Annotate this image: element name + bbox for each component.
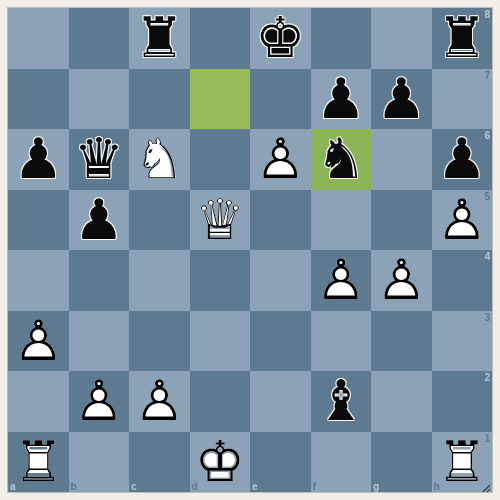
square-c5[interactable] [129, 190, 190, 251]
square-a4[interactable] [8, 250, 69, 311]
file-label-c: c [131, 481, 137, 492]
white-pawn-piece[interactable]: ♟♙ [432, 190, 493, 251]
board-resize-handle[interactable] [479, 479, 491, 491]
square-b8[interactable] [69, 8, 130, 69]
square-d5[interactable]: ♛♕ [190, 190, 251, 251]
square-h8[interactable]: ♜8 [432, 8, 493, 69]
square-f6[interactable]: ♞ [311, 129, 372, 190]
white-pawn-piece[interactable]: ♟♙ [8, 311, 69, 372]
square-c2[interactable]: ♟♙ [129, 371, 190, 432]
square-e2[interactable] [250, 371, 311, 432]
rank-label-2: 2 [484, 372, 490, 383]
black-knight-piece[interactable]: ♞ [311, 129, 372, 190]
white-pawn-piece[interactable]: ♟♙ [129, 371, 190, 432]
square-e7[interactable] [250, 69, 311, 130]
white-pawn-piece[interactable]: ♟♙ [371, 250, 432, 311]
square-b2[interactable]: ♟♙ [69, 371, 130, 432]
square-d4[interactable] [190, 250, 251, 311]
square-e3[interactable] [250, 311, 311, 372]
file-label-e: e [252, 481, 258, 492]
square-d1[interactable]: ♚♔d [190, 432, 251, 493]
square-h3[interactable]: 3 [432, 311, 493, 372]
black-pawn-piece[interactable]: ♟ [311, 69, 372, 130]
square-g1[interactable]: g [371, 432, 432, 493]
square-h5[interactable]: ♟♙5 [432, 190, 493, 251]
square-c8[interactable]: ♜ [129, 8, 190, 69]
square-e8[interactable]: ♚ [250, 8, 311, 69]
square-e4[interactable] [250, 250, 311, 311]
square-e6[interactable]: ♟♙ [250, 129, 311, 190]
square-c1[interactable]: c [129, 432, 190, 493]
black-pawn-piece[interactable]: ♟ [8, 129, 69, 190]
square-f4[interactable]: ♟♙ [311, 250, 372, 311]
square-a1[interactable]: ♜♖a [8, 432, 69, 493]
black-queen-piece[interactable]: ♛ [69, 129, 130, 190]
square-g8[interactable] [371, 8, 432, 69]
square-a7[interactable] [8, 69, 69, 130]
square-g2[interactable] [371, 371, 432, 432]
white-rook-piece[interactable]: ♜♖ [8, 432, 69, 493]
square-b6[interactable]: ♛ [69, 129, 130, 190]
square-b4[interactable] [69, 250, 130, 311]
square-g5[interactable] [371, 190, 432, 251]
white-pawn-piece[interactable]: ♟♙ [311, 250, 372, 311]
square-c7[interactable] [129, 69, 190, 130]
black-king-piece[interactable]: ♚ [250, 8, 311, 69]
chess-board[interactable]: ♜♚♜8♟♟7♟♛♞♘♟♙♞♟6♟♛♕♟♙5♟♙♟♙4♟♙3♟♙♟♙♝2♜♖ab… [8, 8, 492, 492]
black-rook-piece[interactable]: ♜ [129, 8, 190, 69]
black-pawn-piece[interactable]: ♟ [69, 190, 130, 251]
square-a5[interactable] [8, 190, 69, 251]
black-pawn-piece[interactable]: ♟ [432, 129, 493, 190]
square-c6[interactable]: ♞♘ [129, 129, 190, 190]
square-e5[interactable] [250, 190, 311, 251]
square-c4[interactable] [129, 250, 190, 311]
white-pawn-piece[interactable]: ♟♙ [69, 371, 130, 432]
square-h6[interactable]: ♟6 [432, 129, 493, 190]
square-g4[interactable]: ♟♙ [371, 250, 432, 311]
square-d2[interactable] [190, 371, 251, 432]
square-a6[interactable]: ♟ [8, 129, 69, 190]
square-b1[interactable]: b [69, 432, 130, 493]
square-d3[interactable] [190, 311, 251, 372]
square-f3[interactable] [311, 311, 372, 372]
square-g3[interactable] [371, 311, 432, 372]
page-background: ♜♚♜8♟♟7♟♛♞♘♟♙♞♟6♟♛♕♟♙5♟♙♟♙4♟♙3♟♙♟♙♝2♜♖ab… [0, 0, 500, 500]
square-h7[interactable]: 7 [432, 69, 493, 130]
square-h2[interactable]: 2 [432, 371, 493, 432]
black-pawn-piece[interactable]: ♟ [371, 69, 432, 130]
square-f8[interactable] [311, 8, 372, 69]
square-g7[interactable]: ♟ [371, 69, 432, 130]
rank-label-4: 4 [484, 251, 490, 262]
square-a3[interactable]: ♟♙ [8, 311, 69, 372]
rank-label-7: 7 [484, 70, 490, 81]
black-bishop-piece[interactable]: ♝ [311, 371, 372, 432]
square-a8[interactable] [8, 8, 69, 69]
square-b3[interactable] [69, 311, 130, 372]
white-pawn-piece[interactable]: ♟♙ [250, 129, 311, 190]
square-d6[interactable] [190, 129, 251, 190]
square-d8[interactable] [190, 8, 251, 69]
white-knight-piece[interactable]: ♞♘ [129, 129, 190, 190]
white-king-piece[interactable]: ♚♔ [190, 432, 251, 493]
square-f5[interactable] [311, 190, 372, 251]
file-label-b: b [71, 481, 77, 492]
resize-grip-icon [479, 481, 491, 493]
square-a2[interactable] [8, 371, 69, 432]
file-label-f: f [313, 481, 316, 492]
square-b5[interactable]: ♟ [69, 190, 130, 251]
black-rook-piece[interactable]: ♜ [432, 8, 493, 69]
square-d7[interactable] [190, 69, 251, 130]
square-e1[interactable]: e [250, 432, 311, 493]
square-f2[interactable]: ♝ [311, 371, 372, 432]
square-h4[interactable]: 4 [432, 250, 493, 311]
white-queen-piece[interactable]: ♛♕ [190, 190, 251, 251]
file-label-g: g [373, 481, 379, 492]
square-g6[interactable] [371, 129, 432, 190]
square-f1[interactable]: f [311, 432, 372, 493]
square-f7[interactable]: ♟ [311, 69, 372, 130]
square-c3[interactable] [129, 311, 190, 372]
square-b7[interactable] [69, 69, 130, 130]
rank-label-3: 3 [484, 312, 490, 323]
